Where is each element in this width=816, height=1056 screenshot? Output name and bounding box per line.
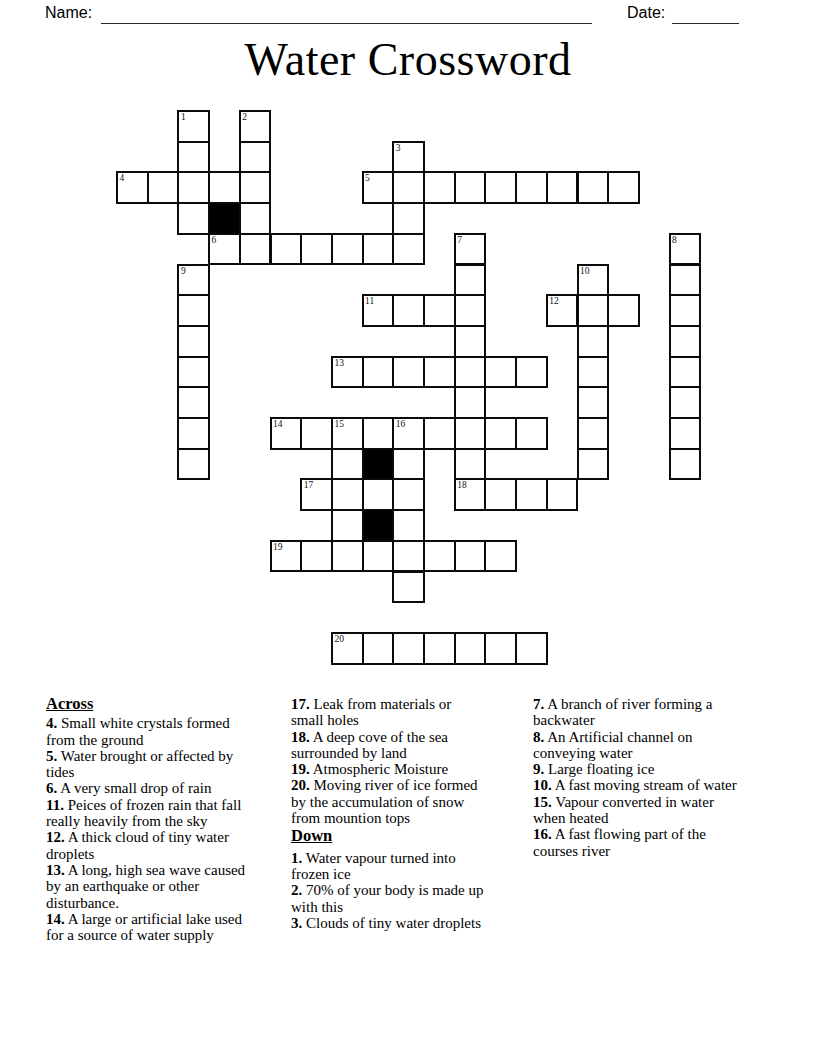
- cell-r4-c7[interactable]: [331, 233, 364, 266]
- cell-r14-c8[interactable]: [362, 540, 395, 573]
- cell-number-9: 9: [181, 267, 186, 277]
- clue-number-across-14: 14.: [46, 911, 65, 927]
- clue-across-17: 17. Leak from materials or small holes: [291, 696, 487, 729]
- cell-r1-c4[interactable]: [239, 141, 272, 174]
- clue-down-9: 9. Large floating ice: [533, 761, 743, 777]
- cell-r6-c15[interactable]: [577, 294, 610, 327]
- cell-r8-c9[interactable]: [392, 356, 425, 389]
- clue-number-across-13: 13.: [46, 862, 65, 878]
- cell-r10-c6[interactable]: [300, 417, 333, 450]
- cell-r2-c4[interactable]: [239, 171, 272, 204]
- name-blank-line[interactable]: [101, 23, 592, 24]
- cell-number-8: 8: [672, 236, 677, 246]
- cell-r8-c8[interactable]: [362, 356, 395, 389]
- cell-r17-c12[interactable]: [484, 632, 517, 665]
- cell-r10-c2[interactable]: [177, 417, 210, 450]
- cell-number-13: 13: [334, 359, 344, 369]
- cell-number-5: 5: [365, 174, 370, 184]
- cell-r7-c2[interactable]: [177, 325, 210, 358]
- cell-r14-c11[interactable]: [454, 540, 487, 573]
- clue-down-1: 1. Water vapour turned into frozen ice: [291, 850, 487, 883]
- cell-r11-c18[interactable]: [669, 448, 702, 481]
- clue-across-13: 13. A long, high sea wave caused by an e…: [46, 862, 253, 911]
- clue-across-14: 14. A large or artificial lake used for …: [46, 911, 253, 944]
- cell-r8-c2[interactable]: [177, 356, 210, 389]
- cell-r11-c11[interactable]: [454, 448, 487, 481]
- page-title: Water Crossword: [0, 33, 816, 86]
- clue-number-down-9: 9.: [533, 761, 544, 777]
- cell-number-10: 10: [580, 267, 590, 277]
- cell-number-11: 11: [365, 297, 374, 307]
- cell-r17-c9[interactable]: [392, 632, 425, 665]
- cell-number-16: 16: [396, 420, 406, 430]
- cell-r2-c11[interactable]: [454, 171, 487, 204]
- cell-r2-c1[interactable]: [147, 171, 180, 204]
- cell-r10-c8[interactable]: [362, 417, 395, 450]
- cell-r6-c9[interactable]: [392, 294, 425, 327]
- black-cell-r13-c8: [362, 509, 395, 542]
- date-label: Date:: [627, 4, 665, 22]
- date-blank-line[interactable]: [672, 23, 739, 24]
- name-label: Name:: [45, 4, 92, 22]
- clue-number-down-16: 16.: [533, 826, 552, 842]
- clue-number-across-11: 11.: [46, 797, 64, 813]
- clue-across-12: 12. A thick cloud of tiny water droplets: [46, 829, 253, 862]
- clue-across-6: 6. A very small drop of rain: [46, 780, 253, 796]
- cell-r14-c10[interactable]: [423, 540, 456, 573]
- cell-r2-c10[interactable]: [423, 171, 456, 204]
- cell-r7-c18[interactable]: [669, 325, 702, 358]
- cell-r8-c12[interactable]: [484, 356, 517, 389]
- clue-number-across-19: 19.: [291, 761, 310, 777]
- cell-r3-c9[interactable]: [392, 202, 425, 235]
- cell-r15-c9[interactable]: [392, 571, 425, 604]
- cell-number-7: 7: [457, 236, 462, 246]
- black-cell-r3-c3: [208, 202, 241, 235]
- cell-number-19: 19: [273, 543, 283, 553]
- cell-r9-c18[interactable]: [669, 386, 702, 419]
- cell-r4-c8[interactable]: [362, 233, 395, 266]
- clue-number-down-8: 8.: [533, 729, 544, 745]
- clue-down-7: 7. A branch of river forming a backwater: [533, 696, 743, 729]
- cell-r6-c11[interactable]: [454, 294, 487, 327]
- cell-r11-c7[interactable]: [331, 448, 364, 481]
- clue-across-5: 5. Water brought or affected by tides: [46, 748, 253, 781]
- clue-number-across-12: 12.: [46, 829, 65, 845]
- clue-number-down-15: 15.: [533, 794, 552, 810]
- clue-down-16: 16. A fast flowing part of the courses r…: [533, 826, 743, 859]
- clue-across-4: 4. Small white crystals formed from the …: [46, 715, 253, 748]
- cell-r2-c2[interactable]: [177, 171, 210, 204]
- cell-number-17: 17: [304, 481, 314, 491]
- cell-r7-c11[interactable]: [454, 325, 487, 358]
- cell-number-18: 18: [457, 481, 467, 491]
- cell-r11-c15[interactable]: [577, 448, 610, 481]
- cell-r8-c11[interactable]: [454, 356, 487, 389]
- cell-r5-c18[interactable]: [669, 264, 702, 297]
- cell-r1-c2[interactable]: [177, 141, 210, 174]
- cell-r10-c12[interactable]: [484, 417, 517, 450]
- cell-r8-c18[interactable]: [669, 356, 702, 389]
- cell-number-3: 3: [396, 144, 401, 154]
- cell-r5-c11[interactable]: [454, 264, 487, 297]
- cell-r9-c15[interactable]: [577, 386, 610, 419]
- clue-number-across-5: 5.: [46, 748, 57, 764]
- cell-r17-c8[interactable]: [362, 632, 395, 665]
- cell-r8-c13[interactable]: [515, 356, 548, 389]
- cell-r6-c2[interactable]: [177, 294, 210, 327]
- cell-r9-c11[interactable]: [454, 386, 487, 419]
- cell-r10-c18[interactable]: [669, 417, 702, 450]
- clue-number-down-3: 3.: [291, 915, 302, 931]
- cell-number-2: 2: [242, 113, 247, 123]
- cell-r10-c11[interactable]: [454, 417, 487, 450]
- clue-down-10: 10. A fast moving stream of water: [533, 777, 743, 793]
- clue-column-2: 17. Leak from materials or small holes18…: [291, 696, 487, 931]
- clue-down-15: 15. Vapour converted in water when heate…: [533, 794, 743, 827]
- clue-number-across-17: 17.: [291, 696, 310, 712]
- clue-number-down-10: 10.: [533, 777, 552, 793]
- cell-r2-c15[interactable]: [577, 171, 610, 204]
- clue-number-across-6: 6.: [46, 780, 57, 796]
- clue-number-across-18: 18.: [291, 729, 310, 745]
- clue-number-down-7: 7.: [533, 696, 544, 712]
- cell-number-20: 20: [334, 635, 344, 645]
- clue-across-19: 19. Atmospheric Moisture: [291, 761, 487, 777]
- clue-number-down-1: 1.: [291, 850, 302, 866]
- across-header: Across: [46, 696, 253, 712]
- cell-r12-c8[interactable]: [362, 478, 395, 511]
- down-header: Down: [291, 828, 487, 844]
- clue-number-down-2: 2.: [291, 882, 302, 898]
- cell-r4-c9[interactable]: [392, 233, 425, 266]
- cell-r2-c12[interactable]: [484, 171, 517, 204]
- clue-across-20: 20. Moving river of ice formed by the ac…: [291, 777, 487, 826]
- cell-r10-c15[interactable]: [577, 417, 610, 450]
- cell-r17-c13[interactable]: [515, 632, 548, 665]
- cell-r17-c10[interactable]: [423, 632, 456, 665]
- cell-r11-c2[interactable]: [177, 448, 210, 481]
- cell-r13-c7[interactable]: [331, 509, 364, 542]
- cell-number-1: 1: [181, 113, 186, 123]
- cell-r14-c9[interactable]: [392, 540, 425, 573]
- cell-r6-c18[interactable]: [669, 294, 702, 327]
- clue-number-across-4: 4.: [46, 715, 57, 731]
- cell-r12-c14[interactable]: [546, 478, 579, 511]
- cell-r14-c12[interactable]: [484, 540, 517, 573]
- cell-r6-c10[interactable]: [423, 294, 456, 327]
- cell-number-15: 15: [334, 420, 344, 430]
- cell-number-6: 6: [212, 236, 217, 246]
- cell-r8-c15[interactable]: [577, 356, 610, 389]
- cell-r13-c9[interactable]: [392, 509, 425, 542]
- cell-r14-c6[interactable]: [300, 540, 333, 573]
- worksheet-page: Name: Date: Water Crossword 123456789101…: [0, 0, 816, 1056]
- cell-r4-c6[interactable]: [300, 233, 333, 266]
- cell-r4-c4[interactable]: [239, 233, 272, 266]
- cell-r11-c9[interactable]: [392, 448, 425, 481]
- cell-r10-c10[interactable]: [423, 417, 456, 450]
- clue-column-1: Across4. Small white crystals formed fro…: [46, 696, 253, 943]
- cell-r3-c4[interactable]: [239, 202, 272, 235]
- cell-r10-c13[interactable]: [515, 417, 548, 450]
- cell-r14-c7[interactable]: [331, 540, 364, 573]
- cell-r12-c9[interactable]: [392, 478, 425, 511]
- cell-r2-c14[interactable]: [546, 171, 579, 204]
- clue-across-11: 11. Peices of frozen rain that fall real…: [46, 797, 253, 830]
- cell-r2-c9[interactable]: [392, 171, 425, 204]
- cell-r6-c16[interactable]: [607, 294, 640, 327]
- cell-r9-c2[interactable]: [177, 386, 210, 419]
- cell-r2-c3[interactable]: [208, 171, 241, 204]
- cell-r7-c15[interactable]: [577, 325, 610, 358]
- clue-down-2: 2. 70% of your body is made up with this: [291, 882, 487, 915]
- cell-r12-c7[interactable]: [331, 478, 364, 511]
- clue-down-3: 3. Clouds of tiny water droplets: [291, 915, 487, 931]
- cell-r12-c12[interactable]: [484, 478, 517, 511]
- clue-number-across-20: 20.: [291, 777, 310, 793]
- cell-r8-c10[interactable]: [423, 356, 456, 389]
- cell-r12-c13[interactable]: [515, 478, 548, 511]
- clue-column-3: 7. A branch of river forming a backwater…: [533, 696, 743, 859]
- clue-down-8: 8. An Artificial channel on conveying wa…: [533, 729, 743, 762]
- clue-across-18: 18. A deep cove of the sea surrounded by…: [291, 729, 487, 762]
- cell-r3-c2[interactable]: [177, 202, 210, 235]
- cell-number-12: 12: [549, 297, 559, 307]
- cell-r2-c16[interactable]: [607, 171, 640, 204]
- cell-number-14: 14: [273, 420, 283, 430]
- cell-r17-c11[interactable]: [454, 632, 487, 665]
- cell-number-4: 4: [120, 174, 125, 184]
- black-cell-r11-c8: [362, 448, 395, 481]
- cell-r4-c5[interactable]: [270, 233, 303, 266]
- cell-r2-c13[interactable]: [515, 171, 548, 204]
